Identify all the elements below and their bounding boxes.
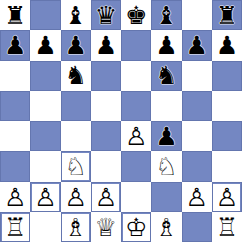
square-a6[interactable] xyxy=(0,61,30,91)
square-c7[interactable]: ♟ xyxy=(61,30,91,60)
square-e2[interactable] xyxy=(121,182,151,212)
square-a7[interactable]: ♟ xyxy=(0,30,30,60)
square-b7[interactable]: ♟ xyxy=(30,30,60,60)
square-b6[interactable] xyxy=(30,61,60,91)
black-queen-piece[interactable]: ♛ xyxy=(95,3,117,28)
square-a4[interactable] xyxy=(0,121,30,151)
black-pawn-piece[interactable]: ♟ xyxy=(155,124,177,149)
square-h3[interactable] xyxy=(212,151,242,181)
square-b8[interactable] xyxy=(30,0,60,30)
square-e4[interactable]: ♙ xyxy=(121,121,151,151)
white-pawn-piece[interactable]: ♙ xyxy=(92,184,119,211)
square-a1[interactable]: ♖ xyxy=(0,212,30,242)
square-e7[interactable] xyxy=(121,30,151,60)
black-pawn-piece[interactable]: ♟ xyxy=(155,33,177,58)
square-e8[interactable]: ♚ xyxy=(121,0,151,30)
square-g3[interactable] xyxy=(182,151,212,181)
white-king-piece[interactable]: ♔ xyxy=(123,214,150,241)
black-pawn-piece[interactable]: ♟ xyxy=(185,33,207,58)
white-pawn-piece[interactable]: ♙ xyxy=(62,184,89,211)
square-f6[interactable]: ♞ xyxy=(151,61,181,91)
square-h8[interactable]: ♜ xyxy=(212,0,242,30)
black-pawn-piece[interactable]: ♟ xyxy=(4,33,26,58)
black-bishop-piece[interactable]: ♝ xyxy=(155,3,177,28)
square-c3[interactable]: ♘ xyxy=(61,151,91,181)
black-pawn-piece[interactable]: ♟ xyxy=(95,33,117,58)
square-g1[interactable] xyxy=(182,212,212,242)
square-f5[interactable] xyxy=(151,91,181,121)
square-f7[interactable]: ♟ xyxy=(151,30,181,60)
square-a8[interactable]: ♜ xyxy=(0,0,30,30)
white-knight-piece[interactable]: ♘ xyxy=(153,153,180,180)
square-c2[interactable]: ♙ xyxy=(61,182,91,212)
square-c8[interactable]: ♝ xyxy=(61,0,91,30)
black-pawn-piece[interactable]: ♟ xyxy=(64,33,86,58)
square-d2[interactable]: ♙ xyxy=(91,182,121,212)
white-rook-piece[interactable]: ♖ xyxy=(213,214,240,241)
square-f4[interactable]: ♟ xyxy=(151,121,181,151)
square-h1[interactable]: ♖ xyxy=(212,212,242,242)
square-g6[interactable] xyxy=(182,61,212,91)
white-pawn-piece[interactable]: ♙ xyxy=(213,184,240,211)
white-knight-piece[interactable]: ♘ xyxy=(62,153,89,180)
square-h2[interactable]: ♙ xyxy=(212,182,242,212)
square-d3[interactable] xyxy=(91,151,121,181)
square-c5[interactable] xyxy=(61,91,91,121)
square-d8[interactable]: ♛ xyxy=(91,0,121,30)
square-c6[interactable]: ♞ xyxy=(61,61,91,91)
black-rook-piece[interactable]: ♜ xyxy=(4,3,26,28)
square-h5[interactable] xyxy=(212,91,242,121)
square-d1[interactable]: ♕ xyxy=(91,212,121,242)
square-e5[interactable] xyxy=(121,91,151,121)
black-pawn-piece[interactable]: ♟ xyxy=(34,33,56,58)
square-d7[interactable]: ♟ xyxy=(91,30,121,60)
white-rook-piece[interactable]: ♖ xyxy=(2,214,29,241)
square-b1[interactable] xyxy=(30,212,60,242)
black-bishop-piece[interactable]: ♝ xyxy=(64,3,86,28)
square-b5[interactable] xyxy=(30,91,60,121)
black-rook-piece[interactable]: ♜ xyxy=(216,3,238,28)
black-king-piece[interactable]: ♚ xyxy=(125,3,147,28)
square-e1[interactable]: ♔ xyxy=(121,212,151,242)
square-a3[interactable] xyxy=(0,151,30,181)
square-e6[interactable] xyxy=(121,61,151,91)
square-c4[interactable] xyxy=(61,121,91,151)
square-g8[interactable] xyxy=(182,0,212,30)
square-b4[interactable] xyxy=(30,121,60,151)
square-h7[interactable]: ♟ xyxy=(212,30,242,60)
square-d4[interactable] xyxy=(91,121,121,151)
square-f3[interactable]: ♘ xyxy=(151,151,181,181)
square-e3[interactable] xyxy=(121,151,151,181)
square-b2[interactable]: ♙ xyxy=(30,182,60,212)
black-knight-piece[interactable]: ♞ xyxy=(155,63,177,88)
square-d6[interactable] xyxy=(91,61,121,91)
square-h4[interactable] xyxy=(212,121,242,151)
white-pawn-piece[interactable]: ♙ xyxy=(183,184,210,211)
white-queen-piece[interactable]: ♕ xyxy=(92,214,119,241)
white-pawn-piece[interactable]: ♙ xyxy=(123,123,150,150)
square-f2[interactable] xyxy=(151,182,181,212)
square-g4[interactable] xyxy=(182,121,212,151)
square-g5[interactable] xyxy=(182,91,212,121)
white-bishop-piece[interactable]: ♗ xyxy=(153,214,180,241)
square-a2[interactable]: ♙ xyxy=(0,182,30,212)
chess-board: ♜♝♛♚♝♜♟♟♟♟♟♟♟♞♞♙♟♘♘♙♙♙♙♙♙♖♗♕♔♗♖ xyxy=(0,0,242,242)
square-d5[interactable] xyxy=(91,91,121,121)
white-pawn-piece[interactable]: ♙ xyxy=(2,184,29,211)
square-b3[interactable] xyxy=(30,151,60,181)
black-knight-piece[interactable]: ♞ xyxy=(64,63,86,88)
black-pawn-piece[interactable]: ♟ xyxy=(216,33,238,58)
square-c1[interactable]: ♗ xyxy=(61,212,91,242)
square-f8[interactable]: ♝ xyxy=(151,0,181,30)
square-f1[interactable]: ♗ xyxy=(151,212,181,242)
white-bishop-piece[interactable]: ♗ xyxy=(62,214,89,241)
square-g7[interactable]: ♟ xyxy=(182,30,212,60)
square-g2[interactable]: ♙ xyxy=(182,182,212,212)
square-a5[interactable] xyxy=(0,91,30,121)
square-h6[interactable] xyxy=(212,61,242,91)
white-pawn-piece[interactable]: ♙ xyxy=(32,184,59,211)
